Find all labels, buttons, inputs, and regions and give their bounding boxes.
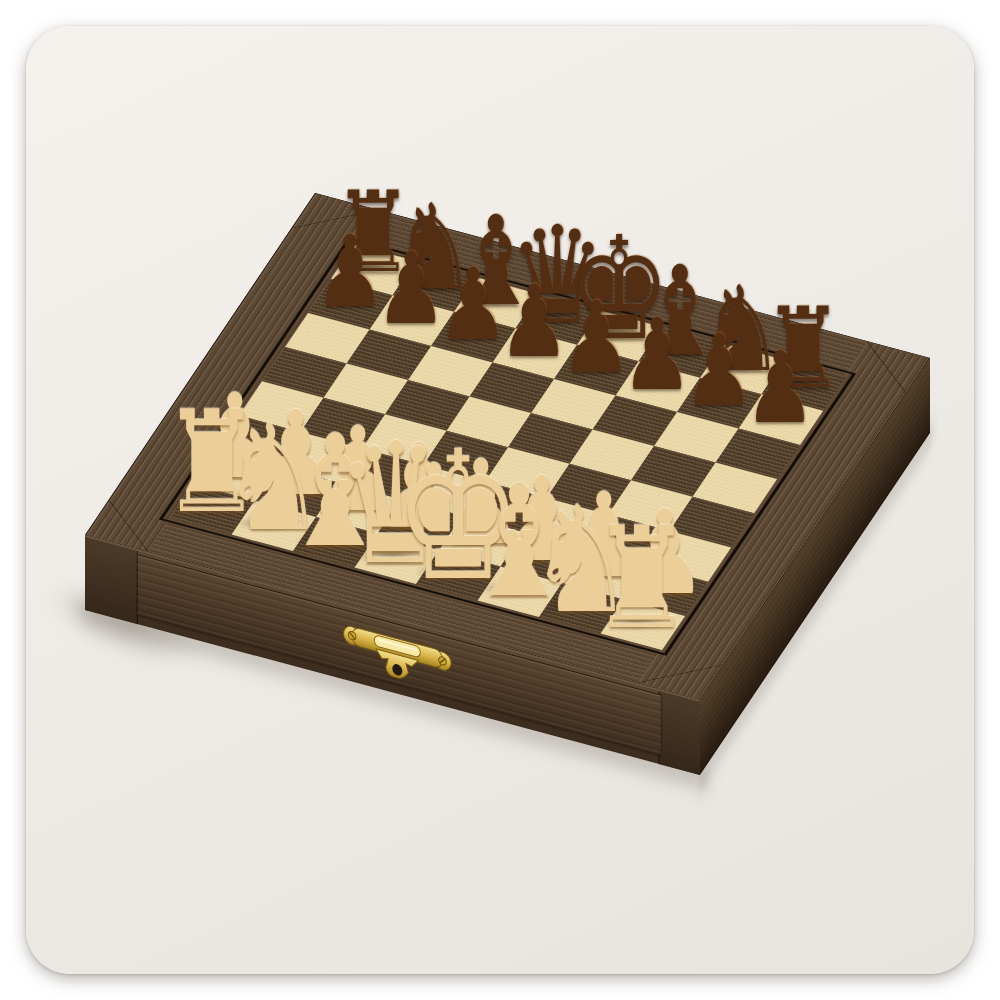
piece-white-rook-h1[interactable]: ♜ <box>592 509 693 649</box>
stage: ♜♞♝♛♚♝♞♜♟♟♟♟♟♟♟♟♟♟♟♟♟♟♟♟♜♞♝♛♚♝♞♜ <box>0 0 1000 1000</box>
box-front-left-block <box>85 537 138 624</box>
piece-black-pawn-h7[interactable]: ♟ <box>744 337 816 436</box>
box-front-right-block <box>659 691 700 775</box>
